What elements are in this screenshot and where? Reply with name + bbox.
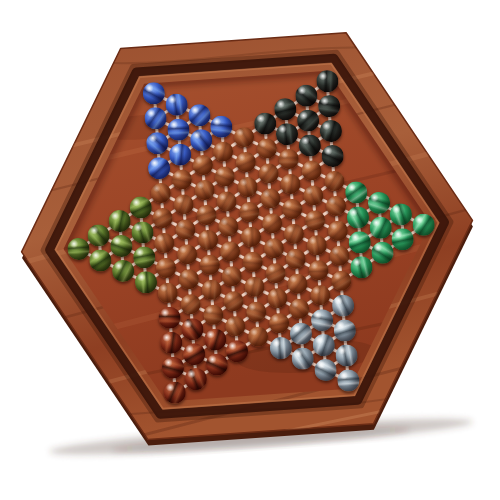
marble-malachite-green[interactable] bbox=[391, 227, 414, 250]
marble-dark-green[interactable] bbox=[130, 220, 153, 243]
marble-wooden-brown[interactable] bbox=[214, 165, 235, 186]
marble-wooden-brown[interactable] bbox=[244, 276, 265, 297]
marble-blue[interactable] bbox=[148, 156, 171, 179]
marble-black[interactable] bbox=[298, 133, 321, 156]
marble-malachite-green[interactable] bbox=[346, 205, 369, 228]
marble-wooden-brown[interactable] bbox=[175, 218, 196, 239]
marble-wooden-brown[interactable] bbox=[266, 287, 287, 308]
marble-wooden-brown[interactable] bbox=[225, 315, 246, 336]
marble-blue[interactable] bbox=[142, 82, 165, 105]
marble-blue[interactable] bbox=[187, 103, 210, 126]
marble-wooden-brown[interactable] bbox=[308, 259, 329, 280]
marble-wooden-brown[interactable] bbox=[256, 137, 277, 158]
marble-slate-gray[interactable] bbox=[269, 336, 292, 359]
marble-dark-green[interactable] bbox=[134, 270, 157, 293]
marble-black[interactable] bbox=[317, 94, 340, 117]
marble-maroon-red[interactable] bbox=[226, 339, 249, 362]
marble-wooden-brown[interactable] bbox=[287, 273, 308, 294]
marble-blue[interactable] bbox=[167, 117, 190, 140]
marble-wooden-brown[interactable] bbox=[265, 262, 286, 283]
marble-malachite-green[interactable] bbox=[350, 255, 373, 278]
marble-wooden-brown[interactable] bbox=[156, 257, 177, 278]
marble-wooden-brown[interactable] bbox=[328, 245, 349, 266]
marble-blue[interactable] bbox=[189, 128, 212, 151]
marble-slate-gray[interactable] bbox=[289, 322, 312, 345]
marble-slate-gray[interactable] bbox=[291, 347, 314, 370]
marble-dark-green[interactable] bbox=[129, 195, 152, 218]
marble-dark-green[interactable] bbox=[89, 248, 112, 271]
marble-black[interactable] bbox=[253, 111, 276, 134]
marble-wooden-brown[interactable] bbox=[194, 179, 215, 200]
marble-wooden-brown[interactable] bbox=[282, 198, 303, 219]
marble-wooden-brown[interactable] bbox=[235, 151, 256, 172]
marble-maroon-red[interactable] bbox=[205, 353, 228, 376]
marble-wooden-brown[interactable] bbox=[173, 193, 194, 214]
marble-wooden-brown[interactable] bbox=[259, 187, 280, 208]
marble-wooden-brown[interactable] bbox=[157, 282, 178, 303]
marble-wooden-brown[interactable] bbox=[152, 207, 173, 228]
marble-dark-green[interactable] bbox=[67, 237, 90, 260]
marble-wooden-brown[interactable] bbox=[330, 270, 351, 291]
marble-slate-gray[interactable] bbox=[331, 294, 354, 317]
marble-wooden-brown[interactable] bbox=[278, 148, 299, 169]
marble-wooden-brown[interactable] bbox=[154, 232, 175, 253]
marble-wooden-brown[interactable] bbox=[176, 243, 197, 264]
marble-wooden-brown[interactable] bbox=[304, 209, 325, 230]
marble-wooden-brown[interactable] bbox=[213, 140, 234, 161]
marble-wooden-brown[interactable] bbox=[306, 234, 327, 255]
marble-malachite-green[interactable] bbox=[369, 216, 392, 239]
star-area bbox=[56, 62, 446, 412]
marble-wooden-brown[interactable] bbox=[151, 182, 172, 203]
marble-wooden-brown[interactable] bbox=[263, 237, 284, 258]
marble-wooden-brown[interactable] bbox=[261, 212, 282, 233]
marble-slate-gray[interactable] bbox=[334, 344, 357, 367]
marble-maroon-red[interactable] bbox=[184, 367, 207, 390]
marble-black[interactable] bbox=[320, 144, 343, 167]
marble-maroon-red[interactable] bbox=[163, 381, 186, 404]
marble-dark-green[interactable] bbox=[132, 245, 155, 268]
marble-blue[interactable] bbox=[165, 93, 188, 116]
marble-maroon-red[interactable] bbox=[203, 328, 226, 351]
marble-malachite-green[interactable] bbox=[345, 180, 368, 203]
marble-wooden-brown[interactable] bbox=[218, 215, 239, 236]
marble-wooden-brown[interactable] bbox=[247, 326, 268, 347]
marble-blue[interactable] bbox=[146, 131, 169, 154]
marble-wooden-brown[interactable] bbox=[301, 159, 322, 180]
marble-blue[interactable] bbox=[210, 114, 233, 137]
marble-slate-gray[interactable] bbox=[336, 369, 359, 392]
marble-wooden-brown[interactable] bbox=[240, 226, 261, 247]
product-photo bbox=[0, 0, 500, 500]
marble-malachite-green[interactable] bbox=[348, 230, 371, 253]
board-rotation-wrap bbox=[0, 0, 500, 500]
marble-black[interactable] bbox=[276, 122, 299, 145]
marble-wooden-brown[interactable] bbox=[246, 301, 267, 322]
marble-wooden-brown[interactable] bbox=[178, 268, 199, 289]
marble-wooden-brown[interactable] bbox=[180, 293, 201, 314]
marble-slate-gray[interactable] bbox=[333, 319, 356, 342]
marble-malachite-green[interactable] bbox=[390, 202, 413, 225]
marble-maroon-red[interactable] bbox=[181, 317, 204, 340]
marble-wooden-brown[interactable] bbox=[309, 284, 330, 305]
marble-wooden-brown[interactable] bbox=[325, 195, 346, 216]
marble-wooden-brown[interactable] bbox=[192, 154, 213, 175]
marble-wooden-brown[interactable] bbox=[303, 184, 324, 205]
star-grid bbox=[56, 62, 446, 412]
marble-wooden-brown[interactable] bbox=[237, 176, 258, 197]
marble-wooden-brown[interactable] bbox=[220, 240, 241, 261]
marble-malachite-green[interactable] bbox=[367, 191, 390, 214]
marble-wooden-brown[interactable] bbox=[197, 229, 218, 250]
marble-wooden-brown[interactable] bbox=[202, 304, 223, 325]
marble-wooden-brown[interactable] bbox=[327, 220, 348, 241]
marble-wooden-brown[interactable] bbox=[171, 168, 192, 189]
marble-wooden-brown[interactable] bbox=[223, 290, 244, 311]
marble-maroon-red[interactable] bbox=[162, 356, 185, 379]
marble-black[interactable] bbox=[319, 119, 342, 142]
marble-malachite-green[interactable] bbox=[371, 241, 394, 264]
marble-blue[interactable] bbox=[168, 142, 191, 165]
marble-dark-green[interactable] bbox=[112, 259, 135, 282]
marble-wooden-brown[interactable] bbox=[201, 279, 222, 300]
marble-wooden-brown[interactable] bbox=[258, 162, 279, 183]
marble-wooden-brown[interactable] bbox=[233, 126, 254, 147]
marble-wooden-brown[interactable] bbox=[268, 312, 289, 333]
marble-maroon-red[interactable] bbox=[182, 342, 205, 365]
marble-malachite-green[interactable] bbox=[412, 213, 435, 236]
marble-black[interactable] bbox=[294, 83, 317, 106]
marble-black[interactable] bbox=[315, 69, 338, 92]
marble-dark-green[interactable] bbox=[108, 209, 131, 232]
marble-wooden-brown[interactable] bbox=[199, 254, 220, 275]
marble-slate-gray[interactable] bbox=[310, 308, 333, 331]
marble-wooden-brown[interactable] bbox=[280, 173, 301, 194]
marble-wooden-brown[interactable] bbox=[284, 223, 305, 244]
marble-dark-green[interactable] bbox=[87, 223, 110, 246]
marble-wooden-brown[interactable] bbox=[239, 201, 260, 222]
marble-slate-gray[interactable] bbox=[312, 333, 335, 356]
marble-wooden-brown[interactable] bbox=[323, 170, 344, 191]
marble-maroon-red[interactable] bbox=[160, 331, 183, 354]
marble-wooden-brown[interactable] bbox=[289, 298, 310, 319]
marble-blue[interactable] bbox=[144, 106, 167, 129]
marble-wooden-brown[interactable] bbox=[216, 190, 237, 211]
marble-wooden-brown[interactable] bbox=[285, 248, 306, 269]
marble-slate-gray[interactable] bbox=[314, 358, 337, 381]
marble-dark-green[interactable] bbox=[110, 234, 133, 257]
marble-wooden-brown[interactable] bbox=[195, 204, 216, 225]
marble-wooden-brown[interactable] bbox=[242, 251, 263, 272]
marble-black[interactable] bbox=[274, 97, 297, 120]
marble-maroon-red[interactable] bbox=[158, 306, 181, 329]
marble-black[interactable] bbox=[296, 108, 319, 131]
marble-wooden-brown[interactable] bbox=[221, 265, 242, 286]
